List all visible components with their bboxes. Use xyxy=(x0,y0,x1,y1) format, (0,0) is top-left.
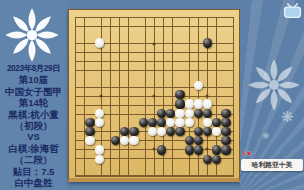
event-info-line: 第10届 xyxy=(0,74,67,85)
heart-icon: I ♥ xyxy=(241,150,303,158)
event-info: 2023年8月29日第10届中国女子围甲第14轮黑棋:杭小童（初段）VS白棋:徐… xyxy=(0,63,67,188)
white-stone xyxy=(120,136,129,145)
black-stone xyxy=(175,127,184,136)
black-stone xyxy=(185,136,194,145)
black-stone xyxy=(221,118,230,127)
black-stone xyxy=(221,109,230,118)
white-stone xyxy=(185,109,194,118)
black-stone xyxy=(194,136,203,145)
video-thumbnail: { "game": "go", "event": { "lines": [ "2… xyxy=(0,0,304,190)
event-info-line: （二段） xyxy=(0,154,67,165)
stones-layer xyxy=(71,13,238,180)
tv-icon xyxy=(283,3,302,19)
black-stone xyxy=(212,155,221,164)
white-stone xyxy=(203,118,212,127)
black-stone xyxy=(212,118,221,127)
black-stone xyxy=(166,127,175,136)
event-info-line: （初段） xyxy=(0,120,67,131)
black-stone xyxy=(111,136,120,145)
white-stone xyxy=(185,99,194,108)
firework-icon: ✺ xyxy=(262,131,270,141)
white-stone xyxy=(194,99,203,108)
black-stone xyxy=(120,127,129,136)
white-stone xyxy=(129,136,138,145)
black-stone xyxy=(148,118,157,127)
white-stone xyxy=(185,118,194,127)
white-stone xyxy=(194,81,203,90)
white-stone xyxy=(166,118,175,127)
black-stone xyxy=(139,118,148,127)
event-info-line: 2023年8月29日 xyxy=(0,63,67,74)
event-info-line: VS xyxy=(0,131,67,142)
black-stone xyxy=(194,145,203,154)
black-stone xyxy=(157,109,166,118)
black-stone xyxy=(85,118,94,127)
black-stone xyxy=(203,38,212,47)
white-stone xyxy=(95,38,104,47)
white-stone xyxy=(148,127,157,136)
firework-icon: ❋ xyxy=(281,108,294,126)
white-stone xyxy=(95,118,104,127)
white-stone xyxy=(95,145,104,154)
white-stone xyxy=(95,109,104,118)
black-stone xyxy=(129,127,138,136)
black-stone xyxy=(212,145,221,154)
go-board xyxy=(68,9,240,182)
event-info-line: 白棋:徐海哲 xyxy=(0,143,67,154)
watermark-text: 哈利路亚十美 xyxy=(241,159,303,171)
black-stone xyxy=(175,90,184,99)
black-stone xyxy=(221,145,230,154)
black-stone xyxy=(166,109,175,118)
black-stone xyxy=(203,109,212,118)
white-stone xyxy=(175,118,184,127)
white-stone xyxy=(85,136,94,145)
flower-logo xyxy=(3,6,61,64)
event-info-line: 中国女子围甲 xyxy=(0,86,67,97)
black-stone xyxy=(175,99,184,108)
channel-watermark: I ♥ 哈利路亚十美 xyxy=(241,150,303,171)
white-stone xyxy=(157,127,166,136)
event-info-line: 贴目：7.5 xyxy=(0,166,67,177)
white-stone xyxy=(203,99,212,108)
black-stone xyxy=(85,127,94,136)
white-stone xyxy=(212,127,221,136)
event-info-line: 第14轮 xyxy=(0,97,67,108)
black-stone xyxy=(221,127,230,136)
black-stone xyxy=(194,109,203,118)
event-info-line: 黑棋:杭小童 xyxy=(0,109,67,120)
info-panel: 2023年8月29日第10届中国女子围甲第14轮黑棋:杭小童（初段）VS白棋:徐… xyxy=(0,0,67,190)
black-stone xyxy=(194,127,203,136)
black-stone xyxy=(157,118,166,127)
black-stone xyxy=(185,145,194,154)
white-stone xyxy=(175,109,184,118)
white-stone xyxy=(95,155,104,164)
black-stone xyxy=(203,127,212,136)
event-info-line: 白中盘胜 xyxy=(0,177,67,188)
black-stone xyxy=(157,145,166,154)
black-stone xyxy=(221,136,230,145)
black-stone xyxy=(203,155,212,164)
